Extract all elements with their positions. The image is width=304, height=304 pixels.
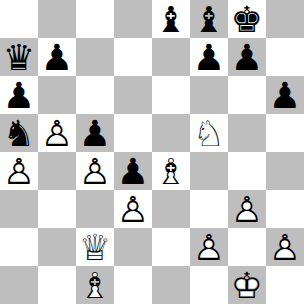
square-c1[interactable]: ♝♗ [76,266,114,304]
square-d7[interactable] [114,38,152,76]
square-a4[interactable]: ♟♙ [0,152,38,190]
black-pawn[interactable]: ♟ [266,76,304,114]
white-piece-outline: ♙ [76,152,114,190]
black-piece-glyph: ♟ [190,38,228,76]
black-piece-glyph: ♝ [152,0,190,38]
white-pawn[interactable]: ♟♙ [228,190,266,228]
square-a3[interactable] [0,190,38,228]
black-bishop[interactable]: ♝ [152,0,190,38]
square-e4[interactable]: ♝♗ [152,152,190,190]
square-a6[interactable]: ♟ [0,76,38,114]
square-d5[interactable] [114,114,152,152]
square-c8[interactable] [76,0,114,38]
square-h1[interactable] [266,266,304,304]
square-e8[interactable]: ♝ [152,0,190,38]
square-g1[interactable]: ♚♔ [228,266,266,304]
black-piece-glyph: ♞ [0,114,38,152]
square-e5[interactable] [152,114,190,152]
black-pawn[interactable]: ♟ [0,76,38,114]
white-piece-outline: ♙ [0,152,38,190]
square-a1[interactable] [0,266,38,304]
black-piece-glyph: ♝ [190,0,228,38]
white-piece-outline: ♙ [228,190,266,228]
black-knight[interactable]: ♞ [0,114,38,152]
square-d4[interactable]: ♟ [114,152,152,190]
square-f7[interactable]: ♟ [190,38,228,76]
square-b6[interactable] [38,76,76,114]
square-d8[interactable] [114,0,152,38]
white-bishop[interactable]: ♝♗ [152,152,190,190]
square-b8[interactable] [38,0,76,38]
square-f8[interactable]: ♝ [190,0,228,38]
black-pawn[interactable]: ♟ [38,38,76,76]
square-g2[interactable] [228,228,266,266]
white-piece-outline: ♗ [152,152,190,190]
black-piece-glyph: ♟ [114,152,152,190]
black-piece-glyph: ♟ [266,76,304,114]
white-pawn[interactable]: ♟♙ [0,152,38,190]
square-a5[interactable]: ♞ [0,114,38,152]
square-e7[interactable] [152,38,190,76]
white-pawn[interactable]: ♟♙ [76,152,114,190]
square-c6[interactable] [76,76,114,114]
square-f6[interactable] [190,76,228,114]
square-h6[interactable]: ♟ [266,76,304,114]
square-b3[interactable] [38,190,76,228]
square-a7[interactable]: ♛ [0,38,38,76]
square-g3[interactable]: ♟♙ [228,190,266,228]
square-c5[interactable]: ♟ [76,114,114,152]
square-g8[interactable]: ♚ [228,0,266,38]
white-king[interactable]: ♚♔ [228,266,266,304]
square-e3[interactable] [152,190,190,228]
black-pawn[interactable]: ♟ [76,114,114,152]
chess-board: ♝♝♚♛♟♟♟♟♟♞♟♙♟♞♘♟♙♟♙♟♝♗♟♙♟♙♛♕♟♙♟♙♝♗♚♔ [0,0,304,304]
black-piece-glyph: ♟ [228,38,266,76]
square-b1[interactable] [38,266,76,304]
square-e2[interactable] [152,228,190,266]
square-d2[interactable] [114,228,152,266]
square-g7[interactable]: ♟ [228,38,266,76]
square-c2[interactable]: ♛♕ [76,228,114,266]
square-c4[interactable]: ♟♙ [76,152,114,190]
square-g5[interactable] [228,114,266,152]
white-queen[interactable]: ♛♕ [76,228,114,266]
white-pawn[interactable]: ♟♙ [190,228,228,266]
square-f2[interactable]: ♟♙ [190,228,228,266]
white-piece-outline: ♕ [76,228,114,266]
square-b7[interactable]: ♟ [38,38,76,76]
white-pawn[interactable]: ♟♙ [38,114,76,152]
white-piece-outline: ♙ [114,190,152,228]
white-knight[interactable]: ♞♘ [190,114,228,152]
white-pawn[interactable]: ♟♙ [266,228,304,266]
black-queen[interactable]: ♛ [0,38,38,76]
black-king[interactable]: ♚ [228,0,266,38]
black-piece-glyph: ♟ [0,76,38,114]
square-g4[interactable] [228,152,266,190]
square-d6[interactable] [114,76,152,114]
black-piece-glyph: ♟ [38,38,76,76]
square-f4[interactable] [190,152,228,190]
white-piece-outline: ♙ [38,114,76,152]
square-h7[interactable] [266,38,304,76]
square-c3[interactable] [76,190,114,228]
white-piece-outline: ♔ [228,266,266,304]
black-pawn[interactable]: ♟ [190,38,228,76]
square-f1[interactable] [190,266,228,304]
square-d1[interactable] [114,266,152,304]
square-f5[interactable]: ♞♘ [190,114,228,152]
square-h2[interactable]: ♟♙ [266,228,304,266]
square-e1[interactable] [152,266,190,304]
square-c7[interactable] [76,38,114,76]
black-pawn[interactable]: ♟ [114,152,152,190]
square-a8[interactable] [0,0,38,38]
square-e6[interactable] [152,76,190,114]
square-g6[interactable] [228,76,266,114]
square-h4[interactable] [266,152,304,190]
white-pawn[interactable]: ♟♙ [114,190,152,228]
black-piece-glyph: ♛ [0,38,38,76]
square-b2[interactable] [38,228,76,266]
black-pawn[interactable]: ♟ [228,38,266,76]
black-piece-glyph: ♟ [76,114,114,152]
black-bishop[interactable]: ♝ [190,0,228,38]
square-a2[interactable] [0,228,38,266]
black-piece-glyph: ♚ [228,0,266,38]
square-h3[interactable] [266,190,304,228]
square-b5[interactable]: ♟♙ [38,114,76,152]
white-piece-outline: ♘ [190,114,228,152]
white-piece-outline: ♙ [190,228,228,266]
square-h8[interactable] [266,0,304,38]
white-bishop[interactable]: ♝♗ [76,266,114,304]
square-d3[interactable]: ♟♙ [114,190,152,228]
white-piece-outline: ♗ [76,266,114,304]
square-b4[interactable] [38,152,76,190]
square-h5[interactable] [266,114,304,152]
white-piece-outline: ♙ [266,228,304,266]
square-f3[interactable] [190,190,228,228]
